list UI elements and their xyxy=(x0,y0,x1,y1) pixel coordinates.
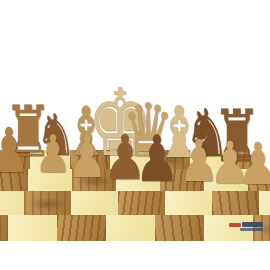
piece-pawn-a: ♟ xyxy=(0,120,31,182)
product-photo: ♜♞♝♚♛♝♞♜♟♟♟♟♟♟♟♟ xyxy=(0,0,270,270)
watermark-dark-mark xyxy=(242,222,263,227)
watermark-accent-mark xyxy=(229,223,241,227)
watermark-subtext-mark xyxy=(240,228,263,231)
piece-pawn-h: ♟ xyxy=(238,135,270,193)
piece-pawn-e: ♟ xyxy=(135,127,180,191)
piece-pawn-c: ♟ xyxy=(67,128,108,186)
piece-pawn-b: ♟ xyxy=(35,128,71,180)
watermark-logo xyxy=(229,222,265,234)
